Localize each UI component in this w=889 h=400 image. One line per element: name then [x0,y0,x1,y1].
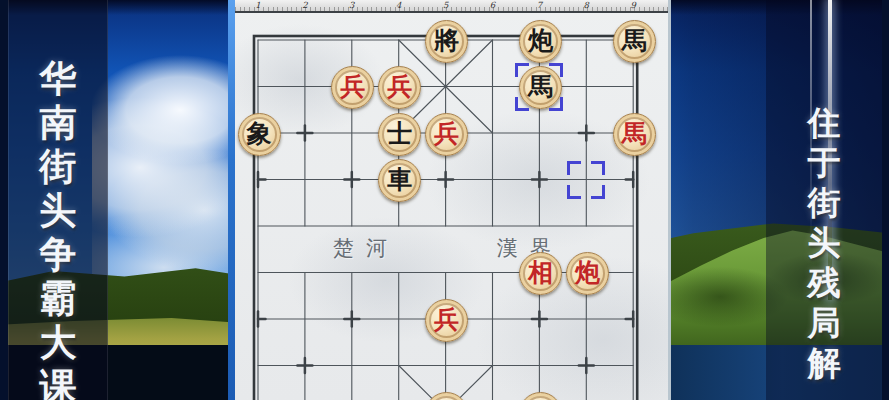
black-piece-5-1[interactable]: 將 [425,20,468,63]
right-edge-strip [882,0,889,400]
ruler-number-7: 7 [537,0,542,10]
red-piece-5-7[interactable]: 兵 [425,299,468,342]
red-piece-4-2[interactable]: 兵 [378,66,421,109]
piece-character: 車 [387,167,412,192]
red-piece-5-3[interactable]: 兵 [425,113,468,156]
banner-char: 街 [808,186,841,219]
xiangqi-board-panel: 楚河 漢界 將炮馬兵兵馬象士兵馬車相炮兵 123456789 [235,0,671,400]
piece-character: 兵 [434,307,459,332]
banner-char: 住 [808,106,841,139]
black-piece-4-4[interactable]: 車 [378,159,421,202]
banner-char: 霸 [40,280,77,317]
ruler-number-2: 2 [302,0,307,10]
piece-character: 馬 [622,28,647,53]
banner-char: 课 [40,368,77,400]
piece-character: 象 [247,121,272,146]
banner-char: 局 [808,306,841,339]
piece-character: 兵 [387,74,412,99]
right-title-banner: 住于街头残局解 [766,0,882,400]
black-piece-7-2[interactable]: 馬 [519,66,562,109]
right-banner-text: 住于街头残局解 [766,0,882,386]
banner-char: 头 [40,192,77,229]
piece-character: 炮 [528,28,553,53]
ruler-number-9: 9 [630,0,635,10]
panel-left-blue-strip [228,0,235,400]
piece-character: 相 [528,260,553,285]
piece-character: 士 [387,121,412,146]
red-piece-9-3[interactable]: 馬 [613,113,656,156]
ruler-number-3: 3 [349,0,354,10]
piece-character: 兵 [340,74,365,99]
banner-char: 大 [40,324,77,361]
black-piece-7-1[interactable]: 炮 [519,20,562,63]
red-piece-3-2[interactable]: 兵 [331,66,374,109]
red-piece-8-6[interactable]: 炮 [566,252,609,295]
black-piece-1-3[interactable]: 象 [238,113,281,156]
ruler-number-4: 4 [396,0,401,10]
piece-character: 兵 [434,121,459,146]
river-label-chu: 楚河 [333,234,399,262]
piece-character: 馬 [622,121,647,146]
piece-character: 炮 [575,260,600,285]
banner-char: 华 [40,60,77,97]
banner-char: 头 [808,226,841,259]
ruler-number-5: 5 [443,0,448,10]
black-piece-9-1[interactable]: 馬 [613,20,656,63]
ruler-number-6: 6 [490,0,495,10]
banner-char: 街 [40,148,77,185]
ruler-number-1: 1 [255,0,260,10]
app-window: 华南街头争霸大课 住于街头残局解 楚河 漢界 將炮馬兵兵馬象士兵馬車相炮兵 12… [0,0,889,400]
banner-char: 残 [808,266,841,299]
piece-character: 馬 [528,74,553,99]
left-title-banner: 华南街头争霸大课 [8,0,108,400]
banner-char: 争 [40,236,77,273]
black-piece-4-3[interactable]: 士 [378,113,421,156]
banner-char: 解 [808,346,841,379]
left-banner-text: 华南街头争霸大课 [9,0,107,400]
left-edge-strip [0,0,8,400]
banner-char: 于 [808,146,841,179]
piece-character: 將 [434,28,459,53]
banner-char: 南 [40,104,77,141]
column-ruler: 123456789 [235,0,668,13]
red-piece-7-6[interactable]: 相 [519,252,562,295]
ruler-number-8: 8 [584,0,589,10]
